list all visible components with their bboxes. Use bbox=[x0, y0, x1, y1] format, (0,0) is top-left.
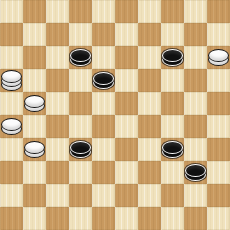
square-24[interactable] bbox=[161, 92, 184, 115]
square-50[interactable] bbox=[184, 207, 207, 230]
square-light-r7c3 bbox=[69, 161, 92, 184]
black-man-square-12[interactable] bbox=[70, 49, 91, 66]
white-disc-layer bbox=[24, 95, 45, 108]
square-21[interactable] bbox=[23, 92, 46, 115]
square-32[interactable] bbox=[69, 138, 92, 161]
square-6[interactable] bbox=[0, 23, 23, 46]
square-31[interactable] bbox=[23, 138, 46, 161]
square-48[interactable] bbox=[92, 207, 115, 230]
square-light-r0c6 bbox=[138, 0, 161, 23]
square-light-r1c1 bbox=[23, 23, 46, 46]
square-light-r5c9 bbox=[207, 115, 230, 138]
square-16[interactable] bbox=[0, 69, 23, 92]
square-42[interactable] bbox=[69, 184, 92, 207]
square-light-r5c5 bbox=[115, 115, 138, 138]
square-light-r2c2 bbox=[46, 46, 69, 69]
white-man-square-31[interactable] bbox=[24, 141, 45, 158]
square-light-r6c6 bbox=[138, 138, 161, 161]
square-light-r8c2 bbox=[46, 184, 69, 207]
square-12[interactable] bbox=[69, 46, 92, 69]
square-light-r7c1 bbox=[23, 161, 46, 184]
square-33[interactable] bbox=[115, 138, 138, 161]
square-19[interactable] bbox=[138, 69, 161, 92]
square-18[interactable] bbox=[92, 69, 115, 92]
square-light-r2c0 bbox=[0, 46, 23, 69]
white-disc-layer bbox=[24, 141, 45, 154]
white-disc-layer bbox=[1, 70, 22, 83]
square-37[interactable] bbox=[46, 161, 69, 184]
square-light-r5c3 bbox=[69, 115, 92, 138]
white-king-square-16[interactable] bbox=[1, 70, 22, 91]
black-man-square-40[interactable] bbox=[185, 164, 206, 181]
square-11[interactable] bbox=[23, 46, 46, 69]
square-light-r1c7 bbox=[161, 23, 184, 46]
square-light-r7c5 bbox=[115, 161, 138, 184]
square-7[interactable] bbox=[46, 23, 69, 46]
square-36[interactable] bbox=[0, 161, 23, 184]
square-44[interactable] bbox=[161, 184, 184, 207]
black-disc-layer bbox=[185, 164, 206, 177]
square-light-r9c5 bbox=[115, 207, 138, 230]
square-light-r9c3 bbox=[69, 207, 92, 230]
square-3[interactable] bbox=[115, 0, 138, 23]
white-disc-layer bbox=[1, 118, 22, 131]
black-disc-layer bbox=[70, 141, 91, 154]
square-2[interactable] bbox=[69, 0, 92, 23]
square-light-r1c3 bbox=[69, 23, 92, 46]
square-26[interactable] bbox=[0, 115, 23, 138]
square-34[interactable] bbox=[161, 138, 184, 161]
square-light-r4c8 bbox=[184, 92, 207, 115]
square-38[interactable] bbox=[92, 161, 115, 184]
black-man-square-18[interactable] bbox=[93, 72, 114, 89]
square-46[interactable] bbox=[0, 207, 23, 230]
white-man-square-21[interactable] bbox=[24, 95, 45, 112]
square-light-r7c9 bbox=[207, 161, 230, 184]
square-light-r4c2 bbox=[46, 92, 69, 115]
square-14[interactable] bbox=[161, 46, 184, 69]
square-light-r8c4 bbox=[92, 184, 115, 207]
square-40[interactable] bbox=[184, 161, 207, 184]
black-disc-layer bbox=[162, 141, 183, 154]
square-8[interactable] bbox=[92, 23, 115, 46]
square-light-r8c6 bbox=[138, 184, 161, 207]
black-disc-layer bbox=[70, 49, 91, 62]
square-light-r3c3 bbox=[69, 69, 92, 92]
square-light-r9c9 bbox=[207, 207, 230, 230]
square-light-r2c6 bbox=[138, 46, 161, 69]
square-22[interactable] bbox=[69, 92, 92, 115]
white-man-square-15[interactable] bbox=[208, 49, 229, 66]
square-9[interactable] bbox=[138, 23, 161, 46]
square-light-r6c0 bbox=[0, 138, 23, 161]
white-man-square-26[interactable] bbox=[1, 118, 22, 135]
square-15[interactable] bbox=[207, 46, 230, 69]
square-4[interactable] bbox=[161, 0, 184, 23]
square-43[interactable] bbox=[115, 184, 138, 207]
square-light-r6c2 bbox=[46, 138, 69, 161]
square-light-r7c7 bbox=[161, 161, 184, 184]
square-light-r3c9 bbox=[207, 69, 230, 92]
square-light-r5c1 bbox=[23, 115, 46, 138]
square-light-r9c7 bbox=[161, 207, 184, 230]
black-man-square-14[interactable] bbox=[162, 49, 183, 66]
square-light-r9c1 bbox=[23, 207, 46, 230]
square-light-r4c6 bbox=[138, 92, 161, 115]
square-light-r5c7 bbox=[161, 115, 184, 138]
square-light-r8c8 bbox=[184, 184, 207, 207]
square-20[interactable] bbox=[184, 69, 207, 92]
square-17[interactable] bbox=[46, 69, 69, 92]
square-light-r4c0 bbox=[0, 92, 23, 115]
square-light-r2c8 bbox=[184, 46, 207, 69]
square-light-r8c0 bbox=[0, 184, 23, 207]
square-49[interactable] bbox=[138, 207, 161, 230]
square-light-r2c4 bbox=[92, 46, 115, 69]
square-39[interactable] bbox=[138, 161, 161, 184]
square-light-r0c2 bbox=[46, 0, 69, 23]
square-10[interactable] bbox=[184, 23, 207, 46]
square-light-r3c7 bbox=[161, 69, 184, 92]
square-23[interactable] bbox=[115, 92, 138, 115]
square-29[interactable] bbox=[138, 115, 161, 138]
square-28[interactable] bbox=[92, 115, 115, 138]
square-light-r0c0 bbox=[0, 0, 23, 23]
square-light-r6c4 bbox=[92, 138, 115, 161]
black-man-square-32[interactable] bbox=[70, 141, 91, 158]
square-light-r0c8 bbox=[184, 0, 207, 23]
square-45[interactable] bbox=[207, 184, 230, 207]
black-man-square-34[interactable] bbox=[162, 141, 183, 158]
square-light-r1c9 bbox=[207, 23, 230, 46]
square-30[interactable] bbox=[184, 115, 207, 138]
square-light-r3c1 bbox=[23, 69, 46, 92]
square-light-r0c4 bbox=[92, 0, 115, 23]
square-35[interactable] bbox=[207, 138, 230, 161]
square-light-r3c5 bbox=[115, 69, 138, 92]
square-light-r6c8 bbox=[184, 138, 207, 161]
square-5[interactable] bbox=[207, 0, 230, 23]
square-13[interactable] bbox=[115, 46, 138, 69]
square-light-r4c4 bbox=[92, 92, 115, 115]
square-27[interactable] bbox=[46, 115, 69, 138]
white-disc-layer bbox=[208, 49, 229, 62]
square-light-r1c5 bbox=[115, 23, 138, 46]
black-disc-layer bbox=[162, 49, 183, 62]
square-47[interactable] bbox=[46, 207, 69, 230]
square-41[interactable] bbox=[23, 184, 46, 207]
square-25[interactable] bbox=[207, 92, 230, 115]
draughts-board bbox=[0, 0, 230, 230]
square-1[interactable] bbox=[23, 0, 46, 23]
black-disc-layer bbox=[93, 72, 114, 85]
